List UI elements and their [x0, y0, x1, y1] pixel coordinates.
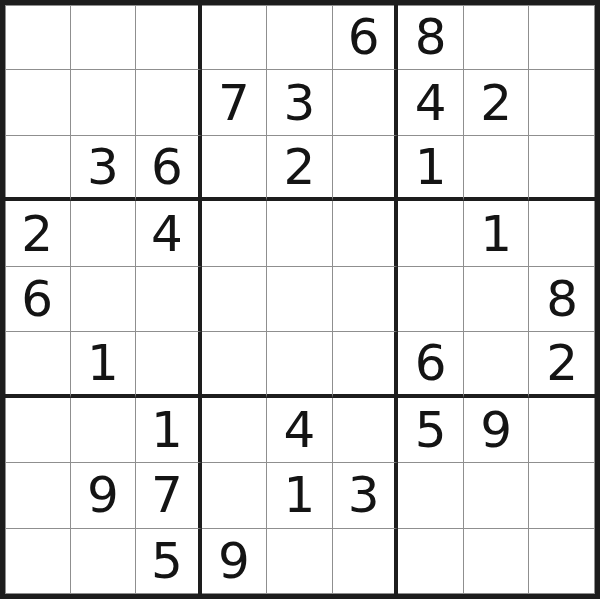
given-digit: 1	[415, 142, 447, 192]
cell-r9c1[interactable]	[5, 529, 71, 594]
cell-r5c3[interactable]	[136, 267, 202, 332]
cell-r5c5[interactable]	[267, 267, 333, 332]
cell-r3c7[interactable]: 1	[398, 136, 464, 201]
given-digit: 5	[415, 405, 447, 455]
cell-r3c5[interactable]: 2	[267, 136, 333, 201]
cell-r1c1[interactable]	[5, 5, 71, 70]
cell-r4c7[interactable]	[398, 201, 464, 266]
given-digit: 6	[348, 12, 380, 62]
cell-r4c6[interactable]	[333, 201, 399, 266]
cell-r3c2[interactable]: 3	[71, 136, 137, 201]
cell-r9c9[interactable]	[529, 529, 595, 594]
cell-r8c5[interactable]: 1	[267, 463, 333, 528]
given-digit: 2	[21, 209, 53, 259]
given-digit: 4	[284, 405, 316, 455]
cell-r5c1[interactable]: 6	[5, 267, 71, 332]
given-digit: 3	[87, 142, 119, 192]
cell-r7c2[interactable]	[71, 398, 137, 463]
cell-r1c8[interactable]	[464, 5, 530, 70]
cell-r4c2[interactable]	[71, 201, 137, 266]
cell-r7c1[interactable]	[5, 398, 71, 463]
cell-r3c3[interactable]: 6	[136, 136, 202, 201]
cell-r6c7[interactable]: 6	[398, 332, 464, 397]
given-digit: 2	[284, 142, 316, 192]
cell-r9c5[interactable]	[267, 529, 333, 594]
cell-r2c6[interactable]	[333, 70, 399, 135]
cell-r8c8[interactable]	[464, 463, 530, 528]
given-digit: 4	[151, 209, 183, 259]
cell-r9c3[interactable]: 5	[136, 529, 202, 594]
cell-r8c7[interactable]	[398, 463, 464, 528]
cell-r5c8[interactable]	[464, 267, 530, 332]
given-digit: 3	[284, 78, 316, 128]
cell-r4c4[interactable]	[202, 201, 268, 266]
cell-r8c3[interactable]: 7	[136, 463, 202, 528]
cell-r6c3[interactable]	[136, 332, 202, 397]
cell-r1c3[interactable]	[136, 5, 202, 70]
cell-r7c7[interactable]: 5	[398, 398, 464, 463]
given-digit: 6	[151, 142, 183, 192]
cell-r2c9[interactable]	[529, 70, 595, 135]
cell-r9c2[interactable]	[71, 529, 137, 594]
cell-r6c4[interactable]	[202, 332, 268, 397]
cell-r4c5[interactable]	[267, 201, 333, 266]
cell-r1c2[interactable]	[71, 5, 137, 70]
cell-r3c6[interactable]	[333, 136, 399, 201]
given-digit: 4	[415, 78, 447, 128]
cell-r8c6[interactable]: 3	[333, 463, 399, 528]
given-digit: 7	[151, 470, 183, 520]
cell-r6c8[interactable]	[464, 332, 530, 397]
cell-r6c2[interactable]: 1	[71, 332, 137, 397]
given-digit: 5	[151, 536, 183, 586]
cell-r4c1[interactable]: 2	[5, 201, 71, 266]
cell-r7c6[interactable]	[333, 398, 399, 463]
given-digit: 6	[415, 338, 447, 388]
given-digit: 1	[284, 470, 316, 520]
cell-r2c2[interactable]	[71, 70, 137, 135]
given-digit: 1	[480, 209, 512, 259]
given-digit: 1	[151, 405, 183, 455]
cell-r1c7[interactable]: 8	[398, 5, 464, 70]
given-digit: 2	[546, 338, 578, 388]
cell-r9c6[interactable]	[333, 529, 399, 594]
cell-r6c6[interactable]	[333, 332, 399, 397]
cell-r7c9[interactable]	[529, 398, 595, 463]
cell-r4c3[interactable]: 4	[136, 201, 202, 266]
cell-r9c4[interactable]: 9	[202, 529, 268, 594]
cell-r2c3[interactable]	[136, 70, 202, 135]
cell-r7c5[interactable]: 4	[267, 398, 333, 463]
cell-r2c1[interactable]	[5, 70, 71, 135]
cell-r7c3[interactable]: 1	[136, 398, 202, 463]
cell-r1c4[interactable]	[202, 5, 268, 70]
cell-r8c1[interactable]	[5, 463, 71, 528]
cell-r3c9[interactable]	[529, 136, 595, 201]
cell-r9c7[interactable]	[398, 529, 464, 594]
cell-r8c9[interactable]	[529, 463, 595, 528]
cell-r5c4[interactable]	[202, 267, 268, 332]
cell-r1c5[interactable]	[267, 5, 333, 70]
cell-r5c6[interactable]	[333, 267, 399, 332]
cell-r7c8[interactable]: 9	[464, 398, 530, 463]
cell-r3c1[interactable]	[5, 136, 71, 201]
cell-r5c2[interactable]	[71, 267, 137, 332]
cell-r5c7[interactable]	[398, 267, 464, 332]
given-digit: 8	[546, 274, 578, 324]
cell-r4c8[interactable]: 1	[464, 201, 530, 266]
sudoku-board: 6873423621241681621459971359	[0, 0, 600, 599]
given-digit: 9	[87, 470, 119, 520]
cell-r6c5[interactable]	[267, 332, 333, 397]
cell-r5c9[interactable]: 8	[529, 267, 595, 332]
given-digit: 3	[348, 470, 380, 520]
cell-r3c4[interactable]	[202, 136, 268, 201]
cell-r1c6[interactable]: 6	[333, 5, 399, 70]
given-digit: 9	[218, 536, 250, 586]
cell-r3c8[interactable]	[464, 136, 530, 201]
cell-r2c5[interactable]: 3	[267, 70, 333, 135]
given-digit: 6	[21, 274, 53, 324]
cell-r7c4[interactable]	[202, 398, 268, 463]
cell-r6c9[interactable]: 2	[529, 332, 595, 397]
cell-r8c4[interactable]	[202, 463, 268, 528]
given-digit: 2	[480, 78, 512, 128]
given-digit: 9	[480, 405, 512, 455]
given-digit: 8	[415, 12, 447, 62]
cell-r9c8[interactable]	[464, 529, 530, 594]
given-digit: 1	[87, 338, 119, 388]
cell-r2c4[interactable]: 7	[202, 70, 268, 135]
given-digit: 7	[218, 78, 250, 128]
cell-r6c1[interactable]	[5, 332, 71, 397]
cell-r2c8[interactable]: 2	[464, 70, 530, 135]
cell-r1c9[interactable]	[529, 5, 595, 70]
cell-r4c9[interactable]	[529, 201, 595, 266]
cell-r2c7[interactable]: 4	[398, 70, 464, 135]
cell-r8c2[interactable]: 9	[71, 463, 137, 528]
